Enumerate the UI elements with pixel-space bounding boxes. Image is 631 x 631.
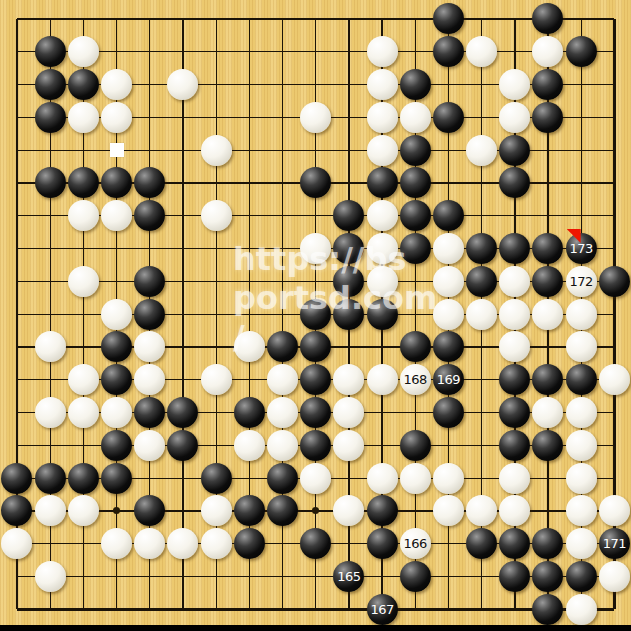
intersection[interactable] bbox=[299, 495, 332, 528]
intersection[interactable] bbox=[299, 363, 332, 396]
intersection[interactable] bbox=[465, 298, 498, 331]
intersection[interactable] bbox=[100, 68, 133, 101]
intersection[interactable] bbox=[299, 396, 332, 429]
intersection[interactable] bbox=[598, 396, 631, 429]
intersection[interactable] bbox=[34, 363, 67, 396]
intersection[interactable] bbox=[67, 363, 100, 396]
intersection[interactable] bbox=[166, 331, 199, 364]
intersection[interactable] bbox=[465, 560, 498, 593]
intersection[interactable] bbox=[332, 232, 365, 265]
intersection[interactable] bbox=[465, 35, 498, 68]
intersection[interactable] bbox=[133, 35, 166, 68]
intersection[interactable] bbox=[598, 265, 631, 298]
intersection[interactable] bbox=[233, 396, 266, 429]
intersection[interactable] bbox=[266, 396, 299, 429]
intersection[interactable] bbox=[0, 593, 33, 626]
intersection[interactable] bbox=[565, 101, 598, 134]
intersection[interactable]: 165 bbox=[332, 560, 365, 593]
intersection[interactable] bbox=[299, 101, 332, 134]
intersection[interactable] bbox=[34, 167, 67, 200]
intersection[interactable] bbox=[598, 101, 631, 134]
intersection[interactable] bbox=[266, 593, 299, 626]
intersection[interactable] bbox=[299, 232, 332, 265]
intersection[interactable] bbox=[100, 167, 133, 200]
intersection[interactable] bbox=[399, 265, 432, 298]
intersection[interactable] bbox=[200, 167, 233, 200]
intersection[interactable] bbox=[100, 265, 133, 298]
intersection[interactable] bbox=[100, 495, 133, 528]
intersection[interactable] bbox=[332, 3, 365, 36]
intersection[interactable] bbox=[34, 134, 67, 167]
intersection[interactable] bbox=[498, 429, 531, 462]
intersection[interactable] bbox=[34, 35, 67, 68]
intersection[interactable] bbox=[332, 363, 365, 396]
intersection[interactable] bbox=[233, 232, 266, 265]
intersection[interactable] bbox=[432, 495, 465, 528]
intersection[interactable] bbox=[166, 298, 199, 331]
intersection[interactable] bbox=[365, 363, 398, 396]
intersection[interactable] bbox=[299, 167, 332, 200]
intersection[interactable] bbox=[266, 68, 299, 101]
intersection[interactable] bbox=[332, 462, 365, 495]
intersection[interactable] bbox=[498, 199, 531, 232]
intersection[interactable]: 173 bbox=[565, 232, 598, 265]
intersection[interactable] bbox=[100, 35, 133, 68]
intersection[interactable] bbox=[67, 298, 100, 331]
intersection[interactable] bbox=[498, 495, 531, 528]
intersection[interactable] bbox=[0, 363, 33, 396]
intersection[interactable] bbox=[565, 134, 598, 167]
intersection[interactable] bbox=[67, 462, 100, 495]
intersection[interactable] bbox=[565, 68, 598, 101]
intersection[interactable] bbox=[34, 429, 67, 462]
intersection[interactable] bbox=[266, 3, 299, 36]
intersection[interactable] bbox=[432, 199, 465, 232]
intersection[interactable] bbox=[531, 363, 564, 396]
intersection[interactable] bbox=[531, 134, 564, 167]
intersection[interactable] bbox=[299, 462, 332, 495]
intersection[interactable] bbox=[100, 462, 133, 495]
intersection[interactable] bbox=[465, 462, 498, 495]
intersection[interactable] bbox=[531, 167, 564, 200]
intersection[interactable] bbox=[465, 363, 498, 396]
intersection[interactable] bbox=[233, 527, 266, 560]
intersection[interactable] bbox=[365, 462, 398, 495]
intersection[interactable] bbox=[465, 495, 498, 528]
intersection[interactable] bbox=[332, 35, 365, 68]
intersection[interactable] bbox=[133, 396, 166, 429]
intersection[interactable] bbox=[266, 527, 299, 560]
intersection[interactable] bbox=[166, 560, 199, 593]
intersection[interactable] bbox=[465, 199, 498, 232]
intersection[interactable] bbox=[332, 593, 365, 626]
intersection[interactable] bbox=[598, 68, 631, 101]
intersection[interactable] bbox=[133, 331, 166, 364]
intersection[interactable] bbox=[200, 101, 233, 134]
intersection[interactable] bbox=[100, 331, 133, 364]
intersection[interactable] bbox=[598, 199, 631, 232]
intersection[interactable] bbox=[67, 560, 100, 593]
intersection[interactable] bbox=[166, 593, 199, 626]
intersection[interactable] bbox=[34, 495, 67, 528]
intersection[interactable] bbox=[233, 134, 266, 167]
intersection[interactable] bbox=[465, 527, 498, 560]
intersection[interactable] bbox=[465, 396, 498, 429]
intersection[interactable] bbox=[100, 232, 133, 265]
intersection[interactable] bbox=[166, 68, 199, 101]
intersection[interactable] bbox=[34, 527, 67, 560]
intersection[interactable] bbox=[565, 363, 598, 396]
intersection[interactable] bbox=[34, 232, 67, 265]
intersection[interactable] bbox=[0, 331, 33, 364]
intersection[interactable] bbox=[100, 429, 133, 462]
intersection[interactable] bbox=[0, 167, 33, 200]
intersection[interactable] bbox=[399, 134, 432, 167]
intersection[interactable] bbox=[299, 331, 332, 364]
intersection[interactable] bbox=[233, 199, 266, 232]
intersection[interactable] bbox=[34, 331, 67, 364]
intersection[interactable] bbox=[498, 35, 531, 68]
intersection[interactable] bbox=[0, 232, 33, 265]
intersection[interactable] bbox=[133, 167, 166, 200]
intersection[interactable] bbox=[598, 331, 631, 364]
intersection[interactable] bbox=[133, 68, 166, 101]
intersection[interactable] bbox=[0, 495, 33, 528]
intersection[interactable] bbox=[200, 495, 233, 528]
intersection[interactable] bbox=[200, 265, 233, 298]
intersection[interactable] bbox=[531, 331, 564, 364]
intersection[interactable] bbox=[34, 593, 67, 626]
intersection[interactable] bbox=[0, 560, 33, 593]
intersection[interactable] bbox=[531, 593, 564, 626]
intersection[interactable] bbox=[498, 396, 531, 429]
intersection[interactable] bbox=[332, 527, 365, 560]
intersection[interactable] bbox=[365, 331, 398, 364]
intersection[interactable] bbox=[432, 331, 465, 364]
intersection[interactable] bbox=[0, 68, 33, 101]
intersection[interactable] bbox=[299, 199, 332, 232]
intersection[interactable] bbox=[299, 265, 332, 298]
intersection[interactable] bbox=[498, 331, 531, 364]
intersection[interactable] bbox=[565, 429, 598, 462]
intersection[interactable] bbox=[0, 462, 33, 495]
intersection[interactable] bbox=[67, 35, 100, 68]
intersection[interactable] bbox=[565, 527, 598, 560]
intersection[interactable] bbox=[0, 396, 33, 429]
intersection[interactable] bbox=[233, 298, 266, 331]
intersection[interactable]: 171 bbox=[598, 527, 631, 560]
intersection[interactable] bbox=[166, 495, 199, 528]
intersection[interactable] bbox=[465, 331, 498, 364]
intersection[interactable] bbox=[166, 429, 199, 462]
intersection[interactable] bbox=[399, 101, 432, 134]
intersection[interactable] bbox=[67, 232, 100, 265]
intersection[interactable] bbox=[266, 331, 299, 364]
intersection[interactable] bbox=[67, 101, 100, 134]
intersection[interactable] bbox=[266, 265, 299, 298]
intersection[interactable] bbox=[233, 35, 266, 68]
intersection[interactable] bbox=[399, 331, 432, 364]
intersection[interactable] bbox=[34, 396, 67, 429]
intersection[interactable] bbox=[399, 396, 432, 429]
intersection[interactable] bbox=[531, 3, 564, 36]
intersection[interactable] bbox=[0, 265, 33, 298]
intersection[interactable] bbox=[299, 35, 332, 68]
intersection[interactable] bbox=[166, 199, 199, 232]
intersection[interactable] bbox=[432, 593, 465, 626]
intersection[interactable] bbox=[299, 298, 332, 331]
intersection[interactable] bbox=[0, 3, 33, 36]
intersection[interactable] bbox=[432, 167, 465, 200]
intersection[interactable] bbox=[498, 101, 531, 134]
intersection[interactable] bbox=[531, 495, 564, 528]
intersection[interactable] bbox=[67, 331, 100, 364]
intersection[interactable] bbox=[266, 462, 299, 495]
intersection[interactable] bbox=[598, 232, 631, 265]
intersection[interactable] bbox=[166, 167, 199, 200]
intersection[interactable] bbox=[531, 35, 564, 68]
intersection[interactable] bbox=[432, 68, 465, 101]
intersection[interactable] bbox=[200, 68, 233, 101]
intersection[interactable] bbox=[34, 298, 67, 331]
intersection[interactable] bbox=[432, 3, 465, 36]
intersection[interactable] bbox=[432, 462, 465, 495]
intersection[interactable] bbox=[100, 527, 133, 560]
intersection[interactable]: 166 bbox=[399, 527, 432, 560]
intersection[interactable] bbox=[598, 167, 631, 200]
intersection[interactable] bbox=[365, 68, 398, 101]
intersection[interactable] bbox=[465, 3, 498, 36]
intersection[interactable] bbox=[531, 527, 564, 560]
intersection[interactable] bbox=[465, 68, 498, 101]
intersection[interactable] bbox=[432, 396, 465, 429]
intersection[interactable] bbox=[34, 3, 67, 36]
intersection[interactable] bbox=[100, 3, 133, 36]
intersection[interactable] bbox=[531, 462, 564, 495]
intersection[interactable] bbox=[531, 298, 564, 331]
intersection[interactable] bbox=[432, 232, 465, 265]
intersection[interactable] bbox=[531, 429, 564, 462]
intersection[interactable] bbox=[133, 265, 166, 298]
intersection[interactable] bbox=[365, 232, 398, 265]
intersection[interactable] bbox=[67, 495, 100, 528]
intersection[interactable] bbox=[233, 331, 266, 364]
intersection[interactable] bbox=[200, 199, 233, 232]
intersection[interactable] bbox=[531, 396, 564, 429]
intersection[interactable] bbox=[531, 232, 564, 265]
intersection[interactable] bbox=[233, 265, 266, 298]
intersection[interactable] bbox=[200, 396, 233, 429]
intersection[interactable] bbox=[531, 101, 564, 134]
intersection[interactable] bbox=[67, 593, 100, 626]
intersection[interactable] bbox=[67, 3, 100, 36]
intersection[interactable] bbox=[531, 199, 564, 232]
intersection[interactable] bbox=[34, 68, 67, 101]
intersection[interactable] bbox=[399, 429, 432, 462]
intersection[interactable] bbox=[565, 396, 598, 429]
intersection[interactable] bbox=[233, 101, 266, 134]
intersection[interactable] bbox=[498, 232, 531, 265]
intersection[interactable] bbox=[0, 429, 33, 462]
intersection[interactable] bbox=[498, 3, 531, 36]
intersection[interactable] bbox=[166, 265, 199, 298]
intersection[interactable] bbox=[67, 527, 100, 560]
intersection[interactable] bbox=[299, 560, 332, 593]
intersection[interactable] bbox=[200, 593, 233, 626]
intersection[interactable] bbox=[67, 429, 100, 462]
intersection[interactable] bbox=[432, 527, 465, 560]
intersection[interactable] bbox=[565, 462, 598, 495]
intersection[interactable] bbox=[498, 68, 531, 101]
intersection[interactable] bbox=[233, 3, 266, 36]
intersection[interactable] bbox=[266, 429, 299, 462]
intersection[interactable] bbox=[67, 199, 100, 232]
intersection[interactable] bbox=[166, 101, 199, 134]
intersection[interactable] bbox=[531, 265, 564, 298]
intersection[interactable] bbox=[233, 593, 266, 626]
intersection[interactable] bbox=[266, 298, 299, 331]
intersection[interactable] bbox=[67, 396, 100, 429]
intersection[interactable] bbox=[498, 363, 531, 396]
intersection[interactable] bbox=[365, 265, 398, 298]
intersection[interactable] bbox=[133, 3, 166, 36]
intersection[interactable] bbox=[432, 560, 465, 593]
intersection[interactable] bbox=[299, 593, 332, 626]
intersection[interactable] bbox=[266, 199, 299, 232]
intersection[interactable] bbox=[365, 396, 398, 429]
intersection[interactable] bbox=[365, 527, 398, 560]
intersection[interactable] bbox=[266, 167, 299, 200]
intersection[interactable] bbox=[598, 429, 631, 462]
intersection[interactable] bbox=[299, 3, 332, 36]
intersection[interactable] bbox=[133, 527, 166, 560]
intersection[interactable] bbox=[332, 134, 365, 167]
intersection[interactable] bbox=[531, 560, 564, 593]
intersection[interactable] bbox=[166, 3, 199, 36]
intersection[interactable] bbox=[34, 560, 67, 593]
intersection[interactable] bbox=[332, 68, 365, 101]
intersection[interactable] bbox=[133, 298, 166, 331]
intersection[interactable] bbox=[498, 593, 531, 626]
intersection[interactable] bbox=[332, 167, 365, 200]
intersection[interactable] bbox=[266, 101, 299, 134]
intersection[interactable] bbox=[100, 199, 133, 232]
intersection[interactable] bbox=[465, 265, 498, 298]
intersection[interactable] bbox=[67, 265, 100, 298]
intersection[interactable] bbox=[432, 265, 465, 298]
intersection[interactable] bbox=[498, 462, 531, 495]
intersection[interactable] bbox=[565, 199, 598, 232]
intersection[interactable] bbox=[565, 331, 598, 364]
intersection[interactable] bbox=[34, 265, 67, 298]
intersection[interactable] bbox=[133, 560, 166, 593]
intersection[interactable] bbox=[399, 167, 432, 200]
intersection[interactable] bbox=[399, 298, 432, 331]
intersection[interactable] bbox=[233, 560, 266, 593]
intersection[interactable]: 167 bbox=[365, 593, 398, 626]
intersection[interactable] bbox=[200, 429, 233, 462]
intersection[interactable] bbox=[598, 462, 631, 495]
intersection[interactable] bbox=[531, 68, 564, 101]
intersection[interactable] bbox=[432, 101, 465, 134]
intersection[interactable] bbox=[200, 134, 233, 167]
intersection[interactable] bbox=[0, 35, 33, 68]
intersection[interactable] bbox=[266, 495, 299, 528]
intersection[interactable] bbox=[598, 593, 631, 626]
intersection[interactable] bbox=[266, 560, 299, 593]
intersection[interactable] bbox=[399, 35, 432, 68]
intersection[interactable] bbox=[598, 35, 631, 68]
intersection[interactable] bbox=[365, 560, 398, 593]
intersection[interactable] bbox=[465, 429, 498, 462]
intersection[interactable]: 169 bbox=[432, 363, 465, 396]
intersection[interactable] bbox=[67, 134, 100, 167]
intersection[interactable] bbox=[266, 232, 299, 265]
intersection[interactable] bbox=[0, 527, 33, 560]
intersection[interactable] bbox=[365, 495, 398, 528]
intersection[interactable] bbox=[432, 429, 465, 462]
intersection[interactable] bbox=[365, 167, 398, 200]
intersection[interactable] bbox=[299, 134, 332, 167]
intersection[interactable] bbox=[133, 134, 166, 167]
intersection[interactable] bbox=[465, 593, 498, 626]
intersection[interactable] bbox=[233, 363, 266, 396]
intersection[interactable] bbox=[598, 363, 631, 396]
intersection[interactable] bbox=[166, 527, 199, 560]
intersection[interactable] bbox=[266, 363, 299, 396]
intersection[interactable] bbox=[299, 429, 332, 462]
intersection[interactable] bbox=[465, 134, 498, 167]
intersection[interactable] bbox=[166, 134, 199, 167]
intersection[interactable] bbox=[0, 101, 33, 134]
intersection[interactable] bbox=[565, 35, 598, 68]
intersection[interactable] bbox=[365, 134, 398, 167]
intersection[interactable] bbox=[432, 134, 465, 167]
intersection[interactable] bbox=[399, 593, 432, 626]
intersection[interactable] bbox=[67, 68, 100, 101]
intersection[interactable] bbox=[299, 68, 332, 101]
intersection[interactable] bbox=[166, 363, 199, 396]
intersection[interactable] bbox=[598, 495, 631, 528]
intersection[interactable] bbox=[498, 167, 531, 200]
intersection[interactable] bbox=[200, 462, 233, 495]
intersection[interactable] bbox=[200, 232, 233, 265]
intersection[interactable] bbox=[266, 134, 299, 167]
intersection[interactable] bbox=[133, 101, 166, 134]
intersection[interactable] bbox=[332, 429, 365, 462]
intersection[interactable] bbox=[166, 35, 199, 68]
intersection[interactable] bbox=[200, 298, 233, 331]
intersection[interactable] bbox=[498, 298, 531, 331]
intersection[interactable] bbox=[498, 265, 531, 298]
intersection[interactable] bbox=[565, 593, 598, 626]
intersection[interactable] bbox=[598, 560, 631, 593]
intersection[interactable] bbox=[465, 167, 498, 200]
intersection[interactable] bbox=[100, 101, 133, 134]
intersection[interactable] bbox=[233, 167, 266, 200]
intersection[interactable] bbox=[233, 68, 266, 101]
intersection[interactable] bbox=[365, 3, 398, 36]
intersection[interactable] bbox=[432, 298, 465, 331]
intersection[interactable] bbox=[399, 462, 432, 495]
intersection[interactable] bbox=[365, 298, 398, 331]
intersection[interactable] bbox=[100, 560, 133, 593]
intersection[interactable] bbox=[465, 101, 498, 134]
intersection[interactable] bbox=[200, 527, 233, 560]
intersection[interactable] bbox=[133, 199, 166, 232]
intersection[interactable] bbox=[233, 462, 266, 495]
intersection[interactable] bbox=[200, 3, 233, 36]
